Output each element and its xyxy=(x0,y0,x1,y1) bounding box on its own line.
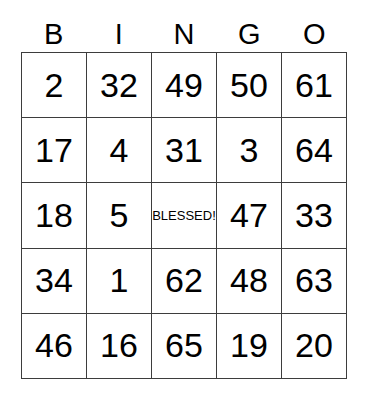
bingo-cell-r2-c1[interactable]: 5 xyxy=(87,183,151,247)
free-space-cell[interactable]: BLESSED! xyxy=(152,183,216,247)
bingo-cell-r3-c2[interactable]: 62 xyxy=(152,249,216,313)
bingo-cell-r3-c3[interactable]: 48 xyxy=(217,249,281,313)
bingo-cell-r1-c2[interactable]: 31 xyxy=(152,118,216,182)
bingo-cell-r0-c0[interactable]: 2 xyxy=(22,53,86,117)
bingo-cell-r0-c4[interactable]: 61 xyxy=(282,53,346,117)
header-letter-b: B xyxy=(21,0,86,52)
bingo-cell-r2-c3[interactable]: 47 xyxy=(217,183,281,247)
bingo-cell-r4-c4[interactable]: 20 xyxy=(282,314,346,378)
bingo-cell-r1-c0[interactable]: 17 xyxy=(22,118,86,182)
bingo-cell-r3-c4[interactable]: 63 xyxy=(282,249,346,313)
bingo-cell-r2-c4[interactable]: 33 xyxy=(282,183,346,247)
bingo-cell-r0-c3[interactable]: 50 xyxy=(217,53,281,117)
bingo-cell-r1-c4[interactable]: 64 xyxy=(282,118,346,182)
bingo-cell-r1-c3[interactable]: 3 xyxy=(217,118,281,182)
bingo-cell-r4-c0[interactable]: 46 xyxy=(22,314,86,378)
bingo-cell-r4-c3[interactable]: 19 xyxy=(217,314,281,378)
bingo-grid: 23249506117431364185BLESSED!473334162486… xyxy=(21,52,347,379)
bingo-cell-r1-c1[interactable]: 4 xyxy=(87,118,151,182)
bingo-cell-r3-c0[interactable]: 34 xyxy=(22,249,86,313)
header-letter-o: O xyxy=(282,0,347,52)
header-letter-g: G xyxy=(217,0,282,52)
bingo-cell-r4-c1[interactable]: 16 xyxy=(87,314,151,378)
bingo-cell-r0-c1[interactable]: 32 xyxy=(87,53,151,117)
bingo-cell-r0-c2[interactable]: 49 xyxy=(152,53,216,117)
header-letter-i: I xyxy=(86,0,151,52)
header-letter-n: N xyxy=(151,0,216,52)
bingo-header: BINGO xyxy=(21,0,347,52)
bingo-cell-r2-c0[interactable]: 18 xyxy=(22,183,86,247)
bingo-cell-r4-c2[interactable]: 65 xyxy=(152,314,216,378)
bingo-cell-r3-c1[interactable]: 1 xyxy=(87,249,151,313)
